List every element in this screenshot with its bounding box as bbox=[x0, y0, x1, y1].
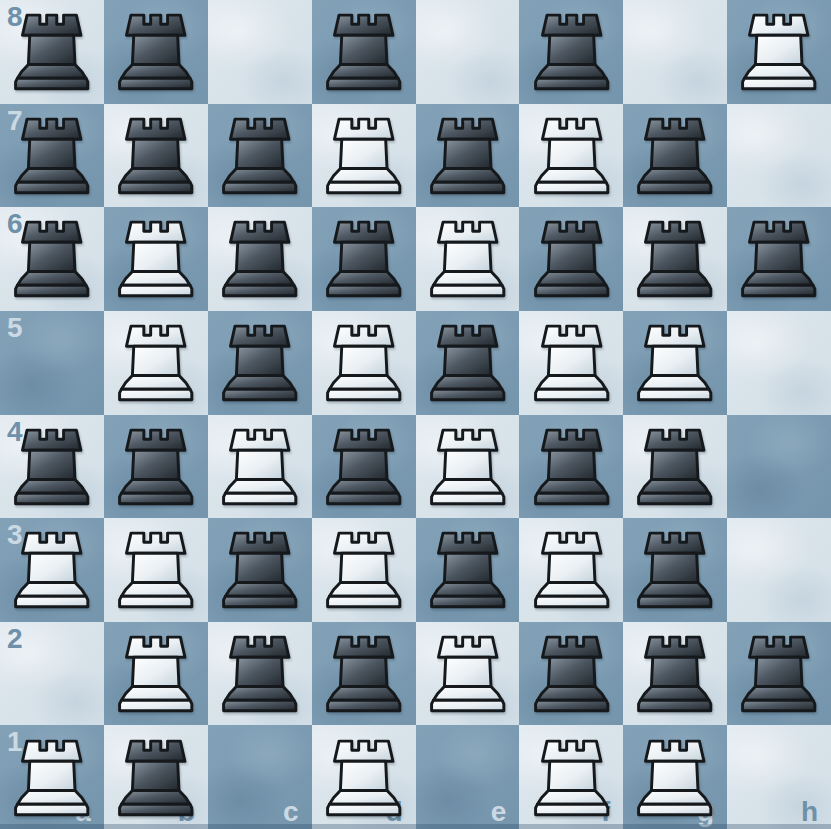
white-rook[interactable] bbox=[6, 522, 97, 617]
white-rook[interactable] bbox=[318, 108, 409, 203]
black-rook[interactable] bbox=[526, 626, 617, 721]
square-c4[interactable] bbox=[208, 415, 312, 519]
white-rook[interactable] bbox=[6, 730, 97, 825]
square-h2[interactable] bbox=[727, 622, 831, 726]
square-f8[interactable] bbox=[519, 0, 623, 104]
square-h5[interactable] bbox=[727, 311, 831, 415]
square-b3[interactable] bbox=[104, 518, 208, 622]
square-g1[interactable]: g bbox=[623, 725, 727, 829]
square-g7[interactable] bbox=[623, 104, 727, 208]
square-f2[interactable] bbox=[519, 622, 623, 726]
white-rook[interactable] bbox=[110, 522, 201, 617]
black-rook[interactable] bbox=[110, 730, 201, 825]
black-rook[interactable] bbox=[629, 211, 720, 306]
square-d4[interactable] bbox=[312, 415, 416, 519]
square-g2[interactable] bbox=[623, 622, 727, 726]
black-rook[interactable] bbox=[318, 211, 409, 306]
square-a5[interactable]: 5 bbox=[0, 311, 104, 415]
square-g5[interactable] bbox=[623, 311, 727, 415]
square-b5[interactable] bbox=[104, 311, 208, 415]
square-f1[interactable]: f bbox=[519, 725, 623, 829]
black-rook[interactable] bbox=[6, 419, 97, 514]
square-h4[interactable] bbox=[727, 415, 831, 519]
black-rook[interactable] bbox=[526, 419, 617, 514]
black-rook[interactable] bbox=[214, 522, 305, 617]
black-rook[interactable] bbox=[422, 522, 513, 617]
square-f4[interactable] bbox=[519, 415, 623, 519]
square-d2[interactable] bbox=[312, 622, 416, 726]
square-b6[interactable] bbox=[104, 207, 208, 311]
square-a1[interactable]: 1a bbox=[0, 725, 104, 829]
square-e6[interactable] bbox=[416, 207, 520, 311]
square-g3[interactable] bbox=[623, 518, 727, 622]
square-h1[interactable]: h bbox=[727, 725, 831, 829]
square-c5[interactable] bbox=[208, 311, 312, 415]
black-rook[interactable] bbox=[214, 108, 305, 203]
square-f5[interactable] bbox=[519, 311, 623, 415]
square-a2[interactable]: 2 bbox=[0, 622, 104, 726]
white-rook[interactable] bbox=[733, 4, 824, 99]
black-rook[interactable] bbox=[422, 108, 513, 203]
square-g4[interactable] bbox=[623, 415, 727, 519]
square-c7[interactable] bbox=[208, 104, 312, 208]
square-a4[interactable]: 4 bbox=[0, 415, 104, 519]
black-rook[interactable] bbox=[733, 211, 824, 306]
square-h8[interactable] bbox=[727, 0, 831, 104]
square-e1[interactable]: e bbox=[416, 725, 520, 829]
black-rook[interactable] bbox=[6, 211, 97, 306]
square-a7[interactable]: 7 bbox=[0, 104, 104, 208]
square-c6[interactable] bbox=[208, 207, 312, 311]
white-rook[interactable] bbox=[318, 315, 409, 410]
black-rook[interactable] bbox=[318, 4, 409, 99]
file-label-c: c bbox=[283, 798, 299, 826]
black-rook[interactable] bbox=[629, 108, 720, 203]
square-a8[interactable]: 8 bbox=[0, 0, 104, 104]
square-d1[interactable]: d bbox=[312, 725, 416, 829]
square-g6[interactable] bbox=[623, 207, 727, 311]
square-f3[interactable] bbox=[519, 518, 623, 622]
square-h7[interactable] bbox=[727, 104, 831, 208]
file-label-e: e bbox=[491, 798, 507, 826]
black-rook[interactable] bbox=[422, 315, 513, 410]
black-rook[interactable] bbox=[318, 419, 409, 514]
white-rook[interactable] bbox=[110, 626, 201, 721]
white-rook[interactable] bbox=[629, 315, 720, 410]
square-e5[interactable] bbox=[416, 311, 520, 415]
square-b8[interactable] bbox=[104, 0, 208, 104]
chess-board: 87654321abcdefgh bbox=[0, 0, 831, 829]
black-rook[interactable] bbox=[214, 626, 305, 721]
square-e7[interactable] bbox=[416, 104, 520, 208]
black-rook[interactable] bbox=[733, 626, 824, 721]
black-rook[interactable] bbox=[110, 419, 201, 514]
white-rook[interactable] bbox=[318, 730, 409, 825]
square-a3[interactable]: 3 bbox=[0, 518, 104, 622]
square-b4[interactable] bbox=[104, 415, 208, 519]
square-c2[interactable] bbox=[208, 622, 312, 726]
black-rook[interactable] bbox=[110, 4, 201, 99]
square-h6[interactable] bbox=[727, 207, 831, 311]
white-rook[interactable] bbox=[110, 211, 201, 306]
black-rook[interactable] bbox=[6, 108, 97, 203]
square-c1[interactable]: c bbox=[208, 725, 312, 829]
black-rook[interactable] bbox=[629, 419, 720, 514]
square-c3[interactable] bbox=[208, 518, 312, 622]
black-rook[interactable] bbox=[629, 626, 720, 721]
white-rook[interactable] bbox=[422, 211, 513, 306]
square-d3[interactable] bbox=[312, 518, 416, 622]
black-rook[interactable] bbox=[214, 211, 305, 306]
white-rook[interactable] bbox=[629, 730, 720, 825]
square-e3[interactable] bbox=[416, 518, 520, 622]
black-rook[interactable] bbox=[629, 522, 720, 617]
white-rook[interactable] bbox=[526, 315, 617, 410]
black-rook[interactable] bbox=[318, 626, 409, 721]
white-rook[interactable] bbox=[526, 522, 617, 617]
square-g8[interactable] bbox=[623, 0, 727, 104]
rank-label-2: 2 bbox=[7, 625, 23, 653]
square-d5[interactable] bbox=[312, 311, 416, 415]
square-d7[interactable] bbox=[312, 104, 416, 208]
white-rook[interactable] bbox=[110, 315, 201, 410]
white-rook[interactable] bbox=[214, 419, 305, 514]
square-f7[interactable] bbox=[519, 104, 623, 208]
square-b1[interactable]: b bbox=[104, 725, 208, 829]
file-label-h: h bbox=[801, 798, 818, 826]
square-d8[interactable] bbox=[312, 0, 416, 104]
white-rook[interactable] bbox=[318, 522, 409, 617]
square-b7[interactable] bbox=[104, 104, 208, 208]
black-rook[interactable] bbox=[526, 211, 617, 306]
black-rook[interactable] bbox=[526, 4, 617, 99]
rank-label-5: 5 bbox=[7, 314, 23, 342]
black-rook[interactable] bbox=[110, 108, 201, 203]
white-rook[interactable] bbox=[526, 108, 617, 203]
square-h3[interactable] bbox=[727, 518, 831, 622]
square-e4[interactable] bbox=[416, 415, 520, 519]
square-f6[interactable] bbox=[519, 207, 623, 311]
white-rook[interactable] bbox=[422, 419, 513, 514]
black-rook[interactable] bbox=[214, 315, 305, 410]
square-e8[interactable] bbox=[416, 0, 520, 104]
square-d6[interactable] bbox=[312, 207, 416, 311]
white-rook[interactable] bbox=[526, 730, 617, 825]
square-c8[interactable] bbox=[208, 0, 312, 104]
black-rook[interactable] bbox=[6, 4, 97, 99]
white-rook[interactable] bbox=[422, 626, 513, 721]
square-a6[interactable]: 6 bbox=[0, 207, 104, 311]
square-b2[interactable] bbox=[104, 622, 208, 726]
square-e2[interactable] bbox=[416, 622, 520, 726]
